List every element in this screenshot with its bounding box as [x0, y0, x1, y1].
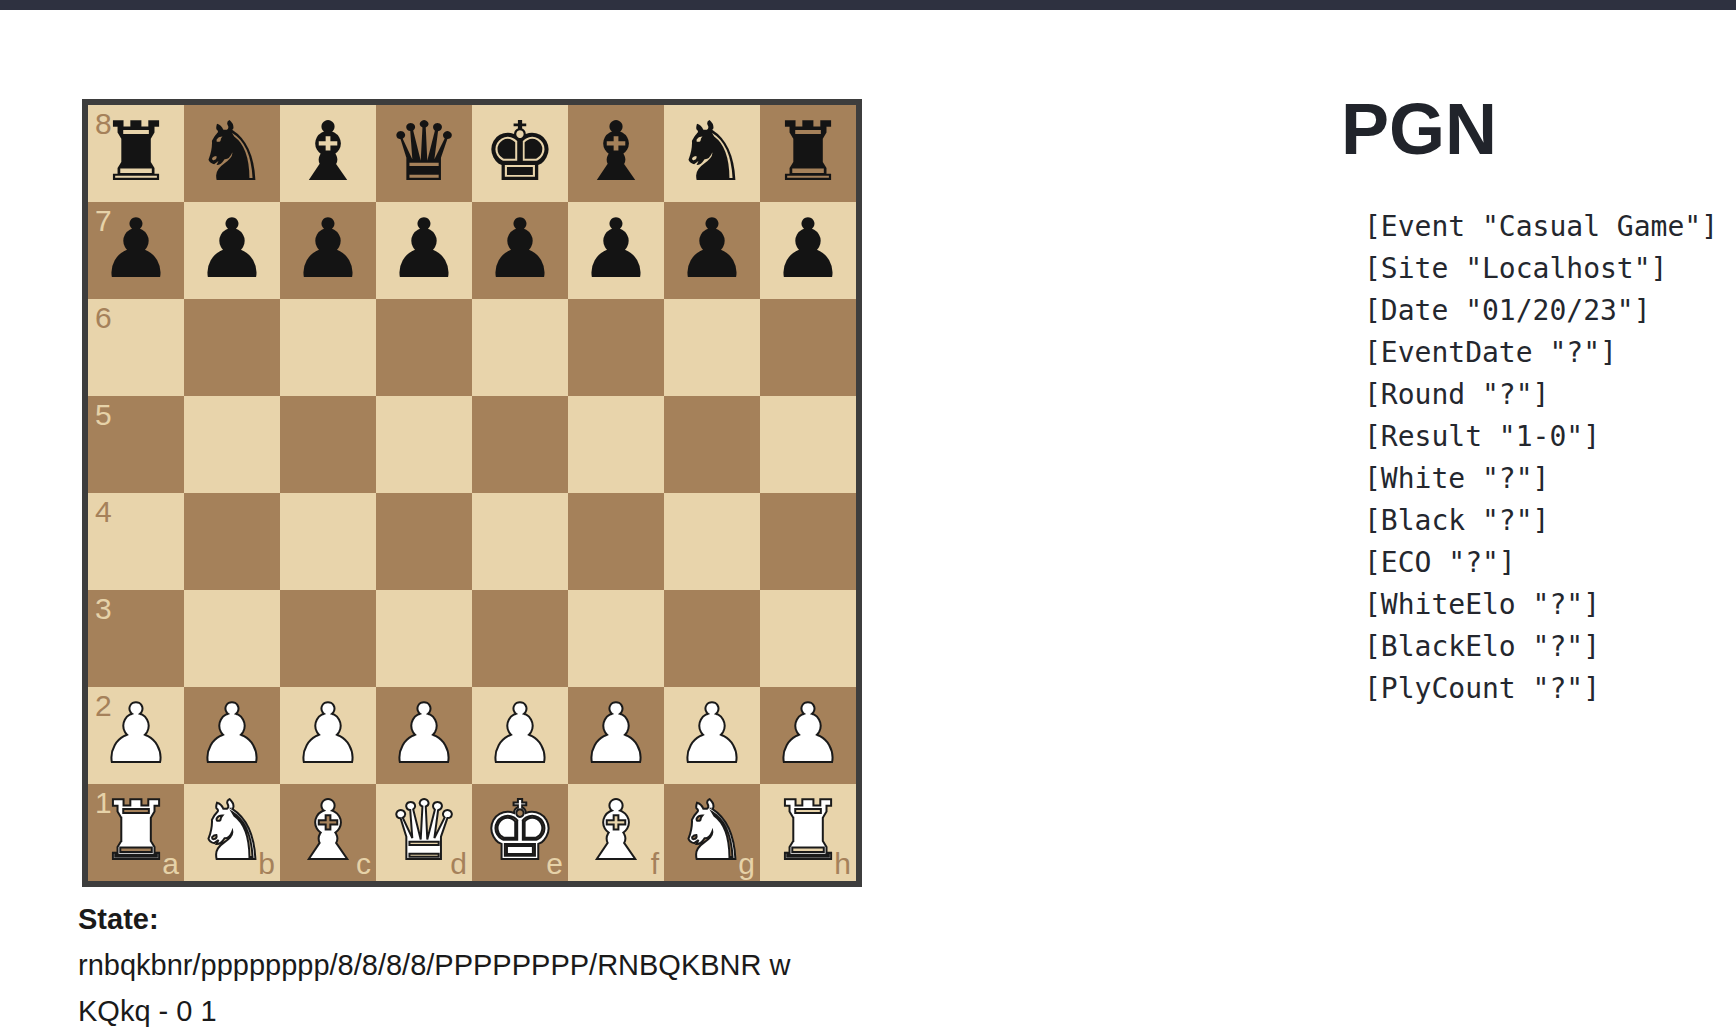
white-bishop-f1[interactable]: ♝	[579, 790, 653, 872]
black-rook-a8[interactable]: ♜	[99, 111, 173, 193]
white-bishop-c1[interactable]: ♝	[291, 790, 365, 872]
square-h2[interactable]: ♟	[760, 687, 856, 784]
pgn-tag-6: [Result "1-0"]	[1364, 416, 1718, 458]
square-h6[interactable]	[760, 299, 856, 396]
square-h8[interactable]: ♜	[760, 105, 856, 202]
square-e1[interactable]: e♚	[472, 784, 568, 881]
black-pawn-h7[interactable]: ♟	[771, 208, 845, 290]
pgn-tag-2: [Site "Localhost"]	[1364, 248, 1718, 290]
square-b7[interactable]: ♟	[184, 202, 280, 299]
white-pawn-c2[interactable]: ♟	[291, 693, 365, 775]
square-g2[interactable]: ♟	[664, 687, 760, 784]
white-pawn-e2[interactable]: ♟	[483, 693, 557, 775]
square-e7[interactable]: ♟	[472, 202, 568, 299]
square-c8[interactable]: ♝	[280, 105, 376, 202]
fen-text-line-2: KQkq - 0 1	[78, 988, 858, 1034]
black-bishop-c8[interactable]: ♝	[291, 111, 365, 193]
square-d7[interactable]: ♟	[376, 202, 472, 299]
square-g4[interactable]	[664, 493, 760, 590]
square-h4[interactable]	[760, 493, 856, 590]
square-a2[interactable]: 2♟	[88, 687, 184, 784]
white-pawn-g2[interactable]: ♟	[675, 693, 749, 775]
square-g8[interactable]: ♞	[664, 105, 760, 202]
square-f5[interactable]	[568, 396, 664, 493]
square-g7[interactable]: ♟	[664, 202, 760, 299]
black-knight-b8[interactable]: ♞	[195, 111, 269, 193]
pgn-tag-3: [Date "01/20/23"]	[1364, 290, 1718, 332]
square-b8[interactable]: ♞	[184, 105, 280, 202]
square-f4[interactable]	[568, 493, 664, 590]
square-e4[interactable]	[472, 493, 568, 590]
square-b5[interactable]	[184, 396, 280, 493]
top-accent-bar	[0, 0, 1736, 10]
pgn-tag-11: [BlackElo "?"]	[1364, 626, 1718, 668]
white-pawn-d2[interactable]: ♟	[387, 693, 461, 775]
square-h3[interactable]	[760, 590, 856, 687]
square-d1[interactable]: d♛	[376, 784, 472, 881]
black-knight-g8[interactable]: ♞	[675, 111, 749, 193]
black-pawn-c7[interactable]: ♟	[291, 208, 365, 290]
white-knight-g1[interactable]: ♞	[675, 790, 749, 872]
black-pawn-a7[interactable]: ♟	[99, 208, 173, 290]
square-e5[interactable]	[472, 396, 568, 493]
square-f6[interactable]	[568, 299, 664, 396]
white-rook-a1[interactable]: ♜	[99, 790, 173, 872]
white-pawn-h2[interactable]: ♟	[771, 693, 845, 775]
square-f8[interactable]: ♝	[568, 105, 664, 202]
square-c6[interactable]	[280, 299, 376, 396]
square-c7[interactable]: ♟	[280, 202, 376, 299]
square-b6[interactable]	[184, 299, 280, 396]
pgn-tag-10: [WhiteElo "?"]	[1364, 584, 1718, 626]
chess-board: 8♜♞♝♛♚♝♞♜7♟♟♟♟♟♟♟♟65432♟♟♟♟♟♟♟♟1a♜b♞c♝d♛…	[82, 99, 862, 887]
square-g1[interactable]: g♞	[664, 784, 760, 881]
square-a1[interactable]: 1a♜	[88, 784, 184, 881]
square-d8[interactable]: ♛	[376, 105, 472, 202]
square-c5[interactable]	[280, 396, 376, 493]
square-f7[interactable]: ♟	[568, 202, 664, 299]
black-queen-d8[interactable]: ♛	[387, 111, 461, 193]
square-b4[interactable]	[184, 493, 280, 590]
square-c2[interactable]: ♟	[280, 687, 376, 784]
black-king-e8[interactable]: ♚	[483, 111, 557, 193]
square-h7[interactable]: ♟	[760, 202, 856, 299]
white-knight-b1[interactable]: ♞	[195, 790, 269, 872]
white-pawn-b2[interactable]: ♟	[195, 693, 269, 775]
white-king-e1[interactable]: ♚	[483, 790, 557, 872]
pgn-tag-7: [White "?"]	[1364, 458, 1718, 500]
square-e6[interactable]	[472, 299, 568, 396]
black-pawn-f7[interactable]: ♟	[579, 208, 653, 290]
black-pawn-b7[interactable]: ♟	[195, 208, 269, 290]
black-pawn-g7[interactable]: ♟	[675, 208, 749, 290]
square-g5[interactable]	[664, 396, 760, 493]
rank-label-5: 5	[95, 400, 112, 430]
square-h5[interactable]	[760, 396, 856, 493]
square-a7[interactable]: 7♟	[88, 202, 184, 299]
square-b2[interactable]: ♟	[184, 687, 280, 784]
square-f1[interactable]: f♝	[568, 784, 664, 881]
state-label: State:	[78, 896, 858, 942]
pgn-tag-1: [Event "Casual Game"]	[1364, 206, 1718, 248]
black-pawn-d7[interactable]: ♟	[387, 208, 461, 290]
black-bishop-f8[interactable]: ♝	[579, 111, 653, 193]
pgn-tag-8: [Black "?"]	[1364, 500, 1718, 542]
pgn-heading: PGN	[1341, 84, 1497, 174]
square-b1[interactable]: b♞	[184, 784, 280, 881]
square-c3[interactable]	[280, 590, 376, 687]
rank-label-3: 3	[95, 594, 112, 624]
fen-text-line-1: rnbqkbnr/pppppppp/8/8/8/8/PPPPPPPP/RNBQK…	[78, 942, 858, 988]
square-b3[interactable]	[184, 590, 280, 687]
white-pawn-f2[interactable]: ♟	[579, 693, 653, 775]
square-a5[interactable]: 5	[88, 396, 184, 493]
square-h1[interactable]: h♜	[760, 784, 856, 881]
square-a4[interactable]: 4	[88, 493, 184, 590]
square-f2[interactable]: ♟	[568, 687, 664, 784]
square-d4[interactable]	[376, 493, 472, 590]
square-c1[interactable]: c♝	[280, 784, 376, 881]
pgn-tag-5: [Round "?"]	[1364, 374, 1718, 416]
square-e2[interactable]: ♟	[472, 687, 568, 784]
pgn-tag-9: [ECO "?"]	[1364, 542, 1718, 584]
pgn-tag-4: [EventDate "?"]	[1364, 332, 1718, 374]
square-c4[interactable]	[280, 493, 376, 590]
pgn-tag-12: [PlyCount "?"]	[1364, 668, 1718, 710]
square-d2[interactable]: ♟	[376, 687, 472, 784]
state-block: State: rnbqkbnr/pppppppp/8/8/8/8/PPPPPPP…	[78, 896, 858, 1034]
white-rook-h1[interactable]: ♜	[771, 790, 845, 872]
rank-label-4: 4	[95, 497, 112, 527]
square-f3[interactable]	[568, 590, 664, 687]
square-a3[interactable]: 3	[88, 590, 184, 687]
square-e3[interactable]	[472, 590, 568, 687]
white-pawn-a2[interactable]: ♟	[99, 693, 173, 775]
square-d5[interactable]	[376, 396, 472, 493]
black-pawn-e7[interactable]: ♟	[483, 208, 557, 290]
square-g3[interactable]	[664, 590, 760, 687]
square-d6[interactable]	[376, 299, 472, 396]
square-a8[interactable]: 8♜	[88, 105, 184, 202]
white-queen-d1[interactable]: ♛	[387, 790, 461, 872]
square-e8[interactable]: ♚	[472, 105, 568, 202]
black-rook-h8[interactable]: ♜	[771, 111, 845, 193]
pgn-tag-list: [Event "Casual Game"][Site "Localhost"][…	[1364, 206, 1718, 710]
rank-label-6: 6	[95, 303, 112, 333]
square-g6[interactable]	[664, 299, 760, 396]
square-d3[interactable]	[376, 590, 472, 687]
square-a6[interactable]: 6	[88, 299, 184, 396]
